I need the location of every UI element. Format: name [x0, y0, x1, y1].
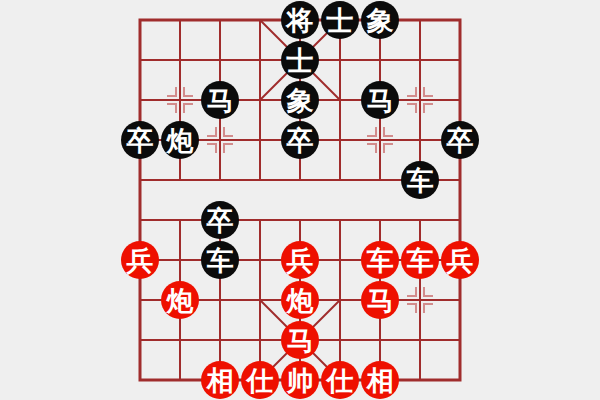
red-cannon-piece[interactable]: 炮 [281, 281, 319, 319]
black-pawn-piece[interactable]: 卒 [201, 201, 239, 239]
black-horse-piece[interactable]: 马 [361, 81, 399, 119]
black-elephant-piece[interactable]: 象 [361, 1, 399, 39]
red-chariot-piece[interactable]: 车 [361, 241, 399, 279]
black-advisor-piece[interactable]: 士 [321, 1, 359, 39]
black-general-piece[interactable]: 将 [281, 1, 319, 39]
red-cannon-piece[interactable]: 炮 [161, 281, 199, 319]
black-pawn-piece[interactable]: 卒 [121, 121, 159, 159]
red-general-piece[interactable]: 帅 [281, 361, 319, 399]
red-pawn-piece[interactable]: 兵 [281, 241, 319, 279]
red-advisor-piece[interactable]: 仕 [321, 361, 359, 399]
black-cannon-piece[interactable]: 炮 [161, 121, 199, 159]
black-chariot-piece[interactable]: 车 [401, 161, 439, 199]
black-elephant-piece[interactable]: 象 [281, 81, 319, 119]
red-elephant-piece[interactable]: 相 [201, 361, 239, 399]
red-elephant-piece[interactable]: 相 [361, 361, 399, 399]
red-horse-piece[interactable]: 马 [281, 321, 319, 359]
black-pawn-piece[interactable]: 卒 [281, 121, 319, 159]
black-advisor-piece[interactable]: 士 [281, 41, 319, 79]
black-pawn-piece[interactable]: 卒 [441, 121, 479, 159]
red-horse-piece[interactable]: 马 [361, 281, 399, 319]
black-chariot-piece[interactable]: 车 [201, 241, 239, 279]
red-advisor-piece[interactable]: 仕 [241, 361, 279, 399]
pieces-layer: 将士象士马象马卒炮卒卒车卒车兵兵车车兵炮炮马马相仕帅仕相 [0, 0, 600, 400]
xiangqi-board: 将士象士马象马卒炮卒卒车卒车兵兵车车兵炮炮马马相仕帅仕相 [0, 0, 600, 400]
black-horse-piece[interactable]: 马 [201, 81, 239, 119]
red-chariot-piece[interactable]: 车 [401, 241, 439, 279]
red-pawn-piece[interactable]: 兵 [121, 241, 159, 279]
red-pawn-piece[interactable]: 兵 [441, 241, 479, 279]
